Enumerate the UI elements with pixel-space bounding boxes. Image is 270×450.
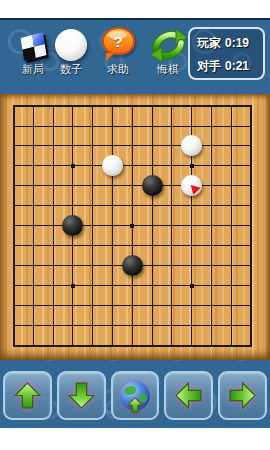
stone-white — [181, 175, 202, 196]
grid-line — [171, 105, 172, 347]
opponent-time: 0:21 — [225, 59, 249, 73]
grid-line — [13, 245, 253, 246]
count-stones-label: 数子 — [60, 63, 82, 75]
up-arrow-icon — [13, 381, 42, 410]
undo-label: 悔棋 — [157, 63, 179, 75]
help-label: 求助 — [107, 63, 129, 75]
bottom-toolbar — [0, 360, 270, 430]
stone-white — [102, 155, 123, 176]
grid-line — [250, 105, 252, 347]
star-point — [190, 164, 194, 168]
star-point — [190, 284, 194, 288]
star-point — [71, 164, 75, 168]
star-point — [71, 284, 75, 288]
white-stone-icon — [55, 27, 87, 62]
grid-line — [152, 105, 153, 347]
up-button[interactable] — [3, 371, 52, 420]
app-area: 新局 数子 ? 求助 — [0, 18, 270, 428]
help-button[interactable]: ? 求助 — [96, 27, 140, 75]
player-time: 0:19 — [225, 36, 249, 50]
undo-move-button[interactable]: 悔棋 — [144, 27, 192, 75]
stone-black — [142, 175, 163, 196]
stone-black — [122, 255, 143, 276]
down-arrow-icon — [67, 381, 96, 410]
opponent-timer: 对手0:21 — [197, 55, 263, 78]
grid-line — [13, 305, 253, 306]
help-bubble-icon: ? — [102, 27, 135, 62]
last-move-marker — [190, 184, 201, 195]
star-point — [130, 224, 134, 228]
grid-line — [13, 285, 253, 286]
screenshot-root: 新局 数子 ? 求助 — [0, 0, 270, 450]
left-arrow-icon — [174, 381, 203, 410]
globe-upload-icon — [120, 381, 150, 411]
undo-arrows-icon — [150, 27, 187, 62]
stone-black — [62, 215, 83, 236]
grid-line — [211, 105, 212, 347]
down-button[interactable] — [57, 371, 106, 420]
opponent-label: 对手 — [197, 59, 221, 73]
top-toolbar: 新局 数子 ? 求助 — [0, 20, 270, 92]
new-game-cube-icon — [22, 27, 45, 62]
grid-line — [13, 345, 253, 347]
player-timer: 玩家0:19 — [197, 32, 263, 55]
timer-panel: 玩家0:19 对手0:21 — [188, 27, 265, 80]
go-board[interactable] — [0, 94, 270, 360]
grid-line — [231, 105, 232, 347]
upload-button[interactable] — [111, 371, 160, 420]
new-game-label: 新局 — [22, 63, 44, 75]
right-arrow-icon — [228, 381, 257, 410]
stone-white — [181, 135, 202, 156]
right-button[interactable] — [218, 371, 267, 420]
grid-line — [13, 325, 253, 326]
player-label: 玩家 — [197, 36, 221, 50]
left-button[interactable] — [164, 371, 213, 420]
count-stones-button[interactable]: 数子 — [50, 27, 92, 75]
